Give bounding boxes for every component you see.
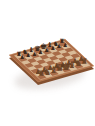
chess-set-product-photo: ♜♞♝♛♚♝♞♜♟♟♟♟♟♟♟♟♟♟♟♟♟♟♟♟♜♞♝♛♚♝♞♜ bbox=[0, 0, 95, 126]
